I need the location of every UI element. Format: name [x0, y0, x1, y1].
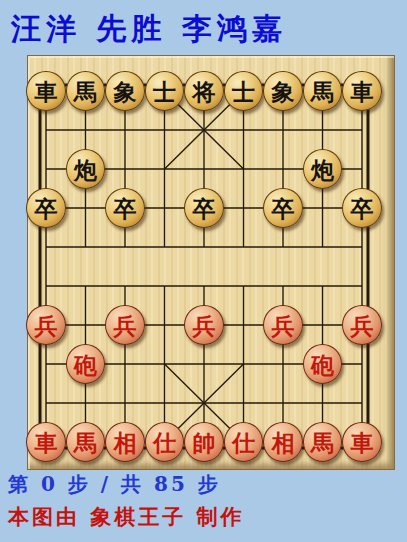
piece-black-chariot[interactable]: 車 — [26, 71, 66, 111]
board-cell — [224, 306, 264, 345]
board-cell — [66, 189, 106, 228]
board-cell — [184, 267, 224, 306]
board-cell: 砲 — [303, 345, 343, 384]
board-grid: 車馬象士将士象馬車炮炮卒卒卒卒卒兵兵兵兵兵砲砲車馬相仕帥仕相馬車 — [26, 72, 382, 462]
board-cell: 車 — [26, 72, 66, 111]
board-cell: 相 — [105, 423, 145, 462]
board-cell: 卒 — [105, 189, 145, 228]
board-cell — [105, 228, 145, 267]
piece-red-soldier[interactable]: 兵 — [263, 305, 303, 345]
piece-red-cannon[interactable]: 砲 — [303, 344, 343, 384]
board-cell — [263, 150, 303, 189]
board-cell — [224, 384, 264, 423]
board-cell — [105, 384, 145, 423]
board-cell — [342, 111, 382, 150]
board-cell — [26, 267, 66, 306]
piece-black-cannon[interactable]: 炮 — [303, 149, 343, 189]
piece-black-soldier[interactable]: 卒 — [263, 188, 303, 228]
board-cell — [263, 345, 303, 384]
board-cell — [184, 150, 224, 189]
piece-red-chariot[interactable]: 車 — [26, 422, 66, 462]
board-cell — [26, 384, 66, 423]
board-cell: 仕 — [145, 423, 185, 462]
board-cell — [342, 150, 382, 189]
board-cell: 馬 — [303, 423, 343, 462]
piece-red-soldier[interactable]: 兵 — [105, 305, 145, 345]
board-cell — [303, 189, 343, 228]
board-cell: 相 — [263, 423, 303, 462]
board-cell — [145, 267, 185, 306]
board-cell: 卒 — [26, 189, 66, 228]
board-cell — [263, 267, 303, 306]
board-cell: 兵 — [263, 306, 303, 345]
board-cell — [26, 111, 66, 150]
board-cell: 炮 — [303, 150, 343, 189]
board-cell — [303, 267, 343, 306]
piece-black-soldier[interactable]: 卒 — [184, 188, 224, 228]
board-cell: 砲 — [66, 345, 106, 384]
board-cell — [224, 345, 264, 384]
board-cell: 卒 — [263, 189, 303, 228]
piece-red-soldier[interactable]: 兵 — [184, 305, 224, 345]
board-cell: 馬 — [66, 423, 106, 462]
board-cell — [145, 384, 185, 423]
board-cell — [66, 306, 106, 345]
board-cell — [224, 150, 264, 189]
credit-line: 本图由 象棋王子 制作 — [8, 503, 245, 531]
board-cell — [105, 267, 145, 306]
piece-black-cannon[interactable]: 炮 — [66, 149, 106, 189]
board-cell: 兵 — [342, 306, 382, 345]
board-cell — [263, 384, 303, 423]
board-cell — [145, 228, 185, 267]
board-cell — [184, 345, 224, 384]
piece-red-cannon[interactable]: 砲 — [66, 344, 106, 384]
piece-black-soldier[interactable]: 卒 — [342, 188, 382, 228]
piece-black-soldier[interactable]: 卒 — [26, 188, 66, 228]
piece-red-soldier[interactable]: 兵 — [26, 305, 66, 345]
board-cell: 士 — [145, 72, 185, 111]
board-cell — [303, 111, 343, 150]
board-cell: 象 — [263, 72, 303, 111]
board-cell — [303, 228, 343, 267]
board-cell: 卒 — [184, 189, 224, 228]
board-cell: 車 — [342, 72, 382, 111]
board-cell — [224, 267, 264, 306]
board-cell — [263, 111, 303, 150]
board-cell: 士 — [224, 72, 264, 111]
board-cell: 帥 — [184, 423, 224, 462]
board-cell — [184, 111, 224, 150]
board-cell: 馬 — [303, 72, 343, 111]
board-cell — [342, 345, 382, 384]
board-cell: 車 — [342, 423, 382, 462]
piece-red-general[interactable]: 帥 — [184, 422, 224, 462]
piece-black-chariot[interactable]: 車 — [342, 71, 382, 111]
board-cell — [224, 228, 264, 267]
piece-black-advisor[interactable]: 士 — [224, 71, 264, 111]
board-cell — [26, 345, 66, 384]
piece-red-elephant[interactable]: 相 — [263, 422, 303, 462]
board-cell — [224, 189, 264, 228]
board-cell — [105, 345, 145, 384]
xiangqi-board: 車馬象士将士象馬車炮炮卒卒卒卒卒兵兵兵兵兵砲砲車馬相仕帥仕相馬車 — [27, 55, 395, 470]
board-cell — [145, 306, 185, 345]
piece-red-chariot[interactable]: 車 — [342, 422, 382, 462]
board-cell — [105, 150, 145, 189]
board-cell: 兵 — [184, 306, 224, 345]
board-cell — [263, 228, 303, 267]
board-cell: 兵 — [105, 306, 145, 345]
board-cell — [145, 345, 185, 384]
move-counter: 第 0 步 / 共 85 步 — [8, 471, 221, 498]
board-cell — [342, 384, 382, 423]
board-cell — [184, 228, 224, 267]
board-cell: 馬 — [66, 72, 106, 111]
board-cell: 兵 — [26, 306, 66, 345]
board-cell: 象 — [105, 72, 145, 111]
board-cell: 仕 — [224, 423, 264, 462]
board-cell — [145, 150, 185, 189]
piece-red-advisor[interactable]: 仕 — [224, 422, 264, 462]
piece-red-advisor[interactable]: 仕 — [145, 422, 185, 462]
board-cell — [66, 111, 106, 150]
piece-red-soldier[interactable]: 兵 — [342, 305, 382, 345]
piece-red-horse[interactable]: 馬 — [303, 422, 343, 462]
piece-black-elephant[interactable]: 象 — [263, 71, 303, 111]
game-title: 汪洋 先胜 李鸿嘉 — [11, 9, 287, 50]
board-cell — [66, 228, 106, 267]
board-cell — [145, 189, 185, 228]
board-cell — [342, 267, 382, 306]
board-cell — [66, 384, 106, 423]
board-cell — [26, 150, 66, 189]
board-cell — [224, 111, 264, 150]
piece-black-horse[interactable]: 馬 — [66, 71, 106, 111]
board-cell: 将 — [184, 72, 224, 111]
board-cell — [26, 228, 66, 267]
piece-red-horse[interactable]: 馬 — [66, 422, 106, 462]
piece-black-horse[interactable]: 馬 — [303, 71, 343, 111]
board-cell — [342, 228, 382, 267]
piece-red-elephant[interactable]: 相 — [105, 422, 145, 462]
board-cell — [184, 384, 224, 423]
piece-black-advisor[interactable]: 士 — [145, 71, 185, 111]
board-cell — [66, 267, 106, 306]
piece-black-elephant[interactable]: 象 — [105, 71, 145, 111]
board-cell: 炮 — [66, 150, 106, 189]
app-window: 汪洋 先胜 李鸿嘉 車馬象士将士象馬車炮炮卒卒卒卒卒兵兵兵兵兵砲砲車馬相仕帥仕相… — [0, 0, 407, 542]
board-cell — [303, 306, 343, 345]
board-cell: 車 — [26, 423, 66, 462]
board-cell: 卒 — [342, 189, 382, 228]
piece-black-soldier[interactable]: 卒 — [105, 188, 145, 228]
board-cell — [303, 384, 343, 423]
piece-black-general[interactable]: 将 — [184, 71, 224, 111]
board-cell — [105, 111, 145, 150]
board-cell — [145, 111, 185, 150]
